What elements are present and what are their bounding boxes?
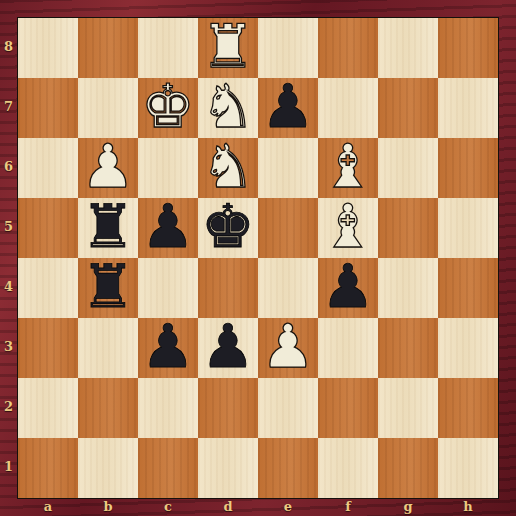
rank-label-7: 7	[0, 77, 17, 137]
square-d2[interactable]	[198, 378, 258, 438]
square-g6[interactable]	[378, 138, 438, 198]
square-d8[interactable]: ♜	[198, 18, 258, 78]
square-f1[interactable]	[318, 438, 378, 498]
white-knight[interactable]: ♞	[201, 78, 255, 136]
chess-board: ♜♚♞♟♟♞♝♜♟♚♝♜♟♟♟♟	[17, 17, 499, 499]
square-e5[interactable]	[258, 198, 318, 258]
square-g1[interactable]	[378, 438, 438, 498]
square-f8[interactable]	[318, 18, 378, 78]
square-f6[interactable]: ♝	[318, 138, 378, 198]
rank-label-3: 3	[0, 317, 17, 377]
white-bishop[interactable]: ♝	[321, 198, 375, 256]
file-label-h: h	[438, 499, 498, 516]
square-c8[interactable]	[138, 18, 198, 78]
black-pawn[interactable]: ♟	[141, 198, 195, 256]
square-e3[interactable]: ♟	[258, 318, 318, 378]
square-d3[interactable]: ♟	[198, 318, 258, 378]
square-e2[interactable]	[258, 378, 318, 438]
file-label-b: b	[78, 499, 138, 516]
square-e4[interactable]	[258, 258, 318, 318]
square-e8[interactable]	[258, 18, 318, 78]
black-rook[interactable]: ♜	[81, 198, 135, 256]
square-d5[interactable]: ♚	[198, 198, 258, 258]
square-g3[interactable]	[378, 318, 438, 378]
square-h6[interactable]	[438, 138, 498, 198]
square-h4[interactable]	[438, 258, 498, 318]
black-king[interactable]: ♚	[201, 198, 255, 256]
square-d4[interactable]	[198, 258, 258, 318]
square-h5[interactable]	[438, 198, 498, 258]
file-label-g: g	[378, 499, 438, 516]
rank-label-6: 6	[0, 137, 17, 197]
rank-label-8: 8	[0, 17, 17, 77]
square-b6[interactable]: ♟	[78, 138, 138, 198]
square-b8[interactable]	[78, 18, 138, 78]
square-b2[interactable]	[78, 378, 138, 438]
square-f7[interactable]	[318, 78, 378, 138]
square-g4[interactable]	[378, 258, 438, 318]
square-d1[interactable]	[198, 438, 258, 498]
square-c1[interactable]	[138, 438, 198, 498]
black-pawn[interactable]: ♟	[201, 318, 255, 376]
chess-board-frame: ♜♚♞♟♟♞♝♜♟♚♝♜♟♟♟♟ 87654321 abcdefgh	[0, 0, 516, 516]
rank-label-5: 5	[0, 197, 17, 257]
square-e1[interactable]	[258, 438, 318, 498]
square-f5[interactable]: ♝	[318, 198, 378, 258]
square-b1[interactable]	[78, 438, 138, 498]
square-b4[interactable]: ♜	[78, 258, 138, 318]
square-c2[interactable]	[138, 378, 198, 438]
white-knight[interactable]: ♞	[201, 138, 255, 196]
square-h1[interactable]	[438, 438, 498, 498]
square-c7[interactable]: ♚	[138, 78, 198, 138]
square-a6[interactable]	[18, 138, 78, 198]
file-label-e: e	[258, 499, 318, 516]
square-h8[interactable]	[438, 18, 498, 78]
square-a8[interactable]	[18, 18, 78, 78]
white-rook[interactable]: ♜	[201, 18, 255, 76]
square-b3[interactable]	[78, 318, 138, 378]
file-labels: abcdefgh	[0, 499, 516, 516]
square-g2[interactable]	[378, 378, 438, 438]
white-pawn[interactable]: ♟	[261, 318, 315, 376]
rank-labels: 87654321	[0, 0, 17, 516]
file-label-a: a	[18, 499, 78, 516]
rank-label-4: 4	[0, 257, 17, 317]
black-pawn[interactable]: ♟	[261, 78, 315, 136]
white-bishop[interactable]: ♝	[321, 138, 375, 196]
white-pawn[interactable]: ♟	[81, 138, 135, 196]
square-c5[interactable]: ♟	[138, 198, 198, 258]
square-g5[interactable]	[378, 198, 438, 258]
square-c3[interactable]: ♟	[138, 318, 198, 378]
square-d6[interactable]: ♞	[198, 138, 258, 198]
square-a7[interactable]	[18, 78, 78, 138]
square-g8[interactable]	[378, 18, 438, 78]
square-a1[interactable]	[18, 438, 78, 498]
black-rook[interactable]: ♜	[81, 258, 135, 316]
square-f3[interactable]	[318, 318, 378, 378]
square-a5[interactable]	[18, 198, 78, 258]
square-c6[interactable]	[138, 138, 198, 198]
square-d7[interactable]: ♞	[198, 78, 258, 138]
white-king[interactable]: ♚	[141, 78, 195, 136]
square-c4[interactable]	[138, 258, 198, 318]
square-g7[interactable]	[378, 78, 438, 138]
rank-label-2: 2	[0, 377, 17, 437]
square-b5[interactable]: ♜	[78, 198, 138, 258]
square-h3[interactable]	[438, 318, 498, 378]
square-a3[interactable]	[18, 318, 78, 378]
black-pawn[interactable]: ♟	[141, 318, 195, 376]
file-label-f: f	[318, 499, 378, 516]
black-pawn[interactable]: ♟	[321, 258, 375, 316]
square-e6[interactable]	[258, 138, 318, 198]
square-b7[interactable]	[78, 78, 138, 138]
square-f4[interactable]: ♟	[318, 258, 378, 318]
square-h2[interactable]	[438, 378, 498, 438]
file-label-c: c	[138, 499, 198, 516]
square-h7[interactable]	[438, 78, 498, 138]
square-a4[interactable]	[18, 258, 78, 318]
square-f2[interactable]	[318, 378, 378, 438]
square-a2[interactable]	[18, 378, 78, 438]
rank-label-1: 1	[0, 437, 17, 497]
file-label-d: d	[198, 499, 258, 516]
square-e7[interactable]: ♟	[258, 78, 318, 138]
